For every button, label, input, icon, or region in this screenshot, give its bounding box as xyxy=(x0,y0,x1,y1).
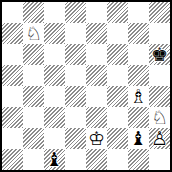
white-bishop[interactable]: ♝♗ xyxy=(128,86,149,107)
square-c2[interactable] xyxy=(44,128,65,149)
king-glyph: ♔ xyxy=(86,128,107,149)
square-f4[interactable] xyxy=(107,86,128,107)
square-h3[interactable]: ♞♘ xyxy=(149,107,170,128)
white-king[interactable]: ♚♔ xyxy=(86,128,107,149)
square-f8[interactable] xyxy=(107,2,128,23)
square-a6[interactable] xyxy=(2,44,23,65)
chess-board: ♞♘♚♚♝♗♞♘♚♔♝♝♟♙♝♝ xyxy=(2,2,170,170)
square-f2[interactable] xyxy=(107,128,128,149)
square-g7[interactable] xyxy=(128,23,149,44)
square-h2[interactable]: ♟♙ xyxy=(149,128,170,149)
square-e6[interactable] xyxy=(86,44,107,65)
square-g5[interactable] xyxy=(128,65,149,86)
square-e2[interactable]: ♚♔ xyxy=(86,128,107,149)
square-f6[interactable] xyxy=(107,44,128,65)
square-a4[interactable] xyxy=(2,86,23,107)
square-h6[interactable]: ♚♚ xyxy=(149,44,170,65)
black-bishop[interactable]: ♝♝ xyxy=(128,128,149,149)
square-a8[interactable] xyxy=(2,2,23,23)
square-c4[interactable] xyxy=(44,86,65,107)
knight-glyph: ♘ xyxy=(23,23,44,44)
square-g6[interactable] xyxy=(128,44,149,65)
square-d1[interactable] xyxy=(65,149,86,170)
square-c1[interactable]: ♝♝ xyxy=(44,149,65,170)
square-d6[interactable] xyxy=(65,44,86,65)
white-knight[interactable]: ♞♘ xyxy=(149,107,170,128)
square-b7[interactable]: ♞♘ xyxy=(23,23,44,44)
square-d7[interactable] xyxy=(65,23,86,44)
square-f1[interactable] xyxy=(107,149,128,170)
square-c3[interactable] xyxy=(44,107,65,128)
square-f7[interactable] xyxy=(107,23,128,44)
square-c8[interactable] xyxy=(44,2,65,23)
square-g3[interactable] xyxy=(128,107,149,128)
square-b8[interactable] xyxy=(23,2,44,23)
square-a1[interactable] xyxy=(2,149,23,170)
chess-board-frame: ♞♘♚♚♝♗♞♘♚♔♝♝♟♙♝♝ xyxy=(0,0,172,172)
black-bishop[interactable]: ♝♝ xyxy=(44,149,65,170)
square-e8[interactable] xyxy=(86,2,107,23)
square-d5[interactable] xyxy=(65,65,86,86)
pawn-glyph: ♙ xyxy=(149,128,170,149)
square-e4[interactable] xyxy=(86,86,107,107)
square-e5[interactable] xyxy=(86,65,107,86)
square-e7[interactable] xyxy=(86,23,107,44)
square-a7[interactable] xyxy=(2,23,23,44)
square-h1[interactable] xyxy=(149,149,170,170)
black-king[interactable]: ♚♚ xyxy=(149,44,170,65)
white-pawn[interactable]: ♟♙ xyxy=(149,128,170,149)
square-b1[interactable] xyxy=(23,149,44,170)
square-d3[interactable] xyxy=(65,107,86,128)
square-f3[interactable] xyxy=(107,107,128,128)
bishop-glyph: ♝ xyxy=(44,149,65,170)
square-d8[interactable] xyxy=(65,2,86,23)
bishop-glyph: ♝ xyxy=(128,128,149,149)
square-b4[interactable] xyxy=(23,86,44,107)
square-g1[interactable] xyxy=(128,149,149,170)
square-h8[interactable] xyxy=(149,2,170,23)
square-d2[interactable] xyxy=(65,128,86,149)
square-e1[interactable] xyxy=(86,149,107,170)
square-b3[interactable] xyxy=(23,107,44,128)
knight-glyph: ♘ xyxy=(149,107,170,128)
square-f5[interactable] xyxy=(107,65,128,86)
square-e3[interactable] xyxy=(86,107,107,128)
bishop-glyph: ♗ xyxy=(128,86,149,107)
square-g4[interactable]: ♝♗ xyxy=(128,86,149,107)
square-h7[interactable] xyxy=(149,23,170,44)
square-c6[interactable] xyxy=(44,44,65,65)
square-d4[interactable] xyxy=(65,86,86,107)
square-a2[interactable] xyxy=(2,128,23,149)
white-knight[interactable]: ♞♘ xyxy=(23,23,44,44)
square-b5[interactable] xyxy=(23,65,44,86)
square-c5[interactable] xyxy=(44,65,65,86)
square-b6[interactable] xyxy=(23,44,44,65)
square-g2[interactable]: ♝♝ xyxy=(128,128,149,149)
square-c7[interactable] xyxy=(44,23,65,44)
square-a3[interactable] xyxy=(2,107,23,128)
square-a5[interactable] xyxy=(2,65,23,86)
square-h5[interactable] xyxy=(149,65,170,86)
square-g8[interactable] xyxy=(128,2,149,23)
square-h4[interactable] xyxy=(149,86,170,107)
king-glyph: ♚ xyxy=(149,44,170,65)
square-b2[interactable] xyxy=(23,128,44,149)
